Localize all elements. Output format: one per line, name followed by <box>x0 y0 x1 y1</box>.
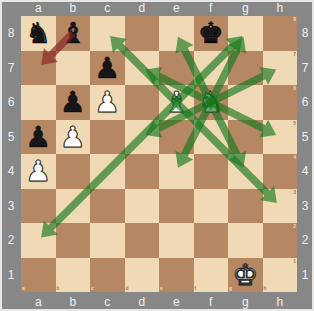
square-e7[interactable] <box>159 51 194 86</box>
square-g2[interactable] <box>228 223 263 258</box>
file-label-bottom-g: g <box>242 296 249 308</box>
square-g1[interactable]: g♚ <box>228 258 263 293</box>
file-label-top-c: c <box>104 2 110 14</box>
square-c4[interactable] <box>90 154 125 189</box>
inner-rank-label-h5: 5 <box>293 121 296 126</box>
file-label-bottom-c: c <box>104 296 110 308</box>
square-d1[interactable]: d <box>125 258 160 293</box>
square-f4[interactable] <box>194 154 229 189</box>
square-g4[interactable] <box>228 154 263 189</box>
file-label-top-f: f <box>209 2 212 14</box>
square-c6[interactable]: ♟ <box>90 85 125 120</box>
square-h2[interactable]: 2 <box>263 223 298 258</box>
inner-rank-label-h7: 7 <box>293 52 296 57</box>
rank-label-right-6: 6 <box>302 96 309 108</box>
square-a2[interactable] <box>21 223 56 258</box>
inner-file-label-b1: b <box>57 286 60 291</box>
rank-label-right-1: 1 <box>302 269 309 281</box>
square-d5[interactable] <box>125 120 160 155</box>
square-f7[interactable] <box>194 51 229 86</box>
square-g8[interactable] <box>228 16 263 51</box>
square-e6[interactable]: ♝ <box>159 85 194 120</box>
rank-label-right-7: 7 <box>302 62 309 74</box>
square-h8[interactable]: 8 <box>263 16 298 51</box>
square-d4[interactable] <box>125 154 160 189</box>
square-a3[interactable] <box>21 189 56 224</box>
rank-label-left-2: 2 <box>8 234 15 246</box>
file-label-top-a: a <box>35 2 42 14</box>
square-b1[interactable]: b <box>56 258 91 293</box>
square-h7[interactable]: 7 <box>263 51 298 86</box>
square-e1[interactable]: e <box>159 258 194 293</box>
file-label-bottom-e: e <box>173 296 180 308</box>
square-f5[interactable] <box>194 120 229 155</box>
square-b2[interactable] <box>56 223 91 258</box>
square-g5[interactable] <box>228 120 263 155</box>
file-label-bottom-d: d <box>138 296 145 308</box>
square-b3[interactable] <box>56 189 91 224</box>
rank-label-right-3: 3 <box>302 200 309 212</box>
inner-file-label-a1: a <box>22 286 25 291</box>
square-c3[interactable] <box>90 189 125 224</box>
black-knight-a8[interactable]: ♞ <box>21 16 56 51</box>
square-c7[interactable]: ♟ <box>90 51 125 86</box>
rank-label-right-4: 4 <box>302 165 309 177</box>
white-knight-f6[interactable]: ♞ <box>194 85 229 120</box>
square-g3[interactable] <box>228 189 263 224</box>
white-pawn-c6[interactable]: ♟ <box>90 85 125 120</box>
white-king-g1[interactable]: ♚ <box>228 258 263 293</box>
file-label-bottom-h: h <box>276 296 283 308</box>
square-d2[interactable] <box>125 223 160 258</box>
black-pawn-b6[interactable]: ♟ <box>56 85 91 120</box>
inner-file-label-c1: c <box>91 286 94 291</box>
inner-rank-label-h3: 3 <box>293 190 296 195</box>
black-pawn-c7[interactable]: ♟ <box>90 51 125 86</box>
inner-rank-label-h1: 1 <box>293 259 296 264</box>
rank-label-left-5: 5 <box>8 131 15 143</box>
file-label-bottom-a: a <box>35 296 42 308</box>
square-e2[interactable] <box>159 223 194 258</box>
white-pawn-a4[interactable]: ♟ <box>21 154 56 189</box>
square-d8[interactable] <box>125 16 160 51</box>
rank-label-left-8: 8 <box>8 27 15 39</box>
square-b8[interactable]: ♝ <box>56 16 91 51</box>
square-f3[interactable] <box>194 189 229 224</box>
square-b4[interactable] <box>56 154 91 189</box>
square-c1[interactable]: c <box>90 258 125 293</box>
file-label-top-b: b <box>69 2 76 14</box>
inner-rank-label-h4: 4 <box>293 155 296 160</box>
square-c5[interactable] <box>90 120 125 155</box>
file-label-top-e: e <box>173 2 180 14</box>
black-bishop-b8[interactable]: ♝ <box>56 16 91 51</box>
square-b6[interactable]: ♟ <box>56 85 91 120</box>
black-pawn-a5[interactable]: ♟ <box>21 120 56 155</box>
square-f2[interactable] <box>194 223 229 258</box>
file-label-top-g: g <box>242 2 249 14</box>
square-a5[interactable]: ♟ <box>21 120 56 155</box>
square-a7[interactable] <box>21 51 56 86</box>
square-a8[interactable]: ♞ <box>21 16 56 51</box>
square-h5[interactable]: 5 <box>263 120 298 155</box>
file-label-top-d: d <box>138 2 145 14</box>
square-g7[interactable] <box>228 51 263 86</box>
square-h6[interactable]: 6 <box>263 85 298 120</box>
white-bishop-e6[interactable]: ♝ <box>159 85 194 120</box>
rank-label-left-4: 4 <box>8 165 15 177</box>
square-d3[interactable] <box>125 189 160 224</box>
square-a6[interactable] <box>21 85 56 120</box>
square-b7[interactable] <box>56 51 91 86</box>
white-pawn-b5[interactable]: ♟ <box>56 120 91 155</box>
square-a4[interactable]: ♟ <box>21 154 56 189</box>
rank-label-left-1: 1 <box>8 269 15 281</box>
square-f6[interactable]: ♞ <box>194 85 229 120</box>
inner-file-label-f1: f <box>195 286 197 291</box>
square-d6[interactable] <box>125 85 160 120</box>
file-label-bottom-f: f <box>209 296 212 308</box>
square-d7[interactable] <box>125 51 160 86</box>
square-e3[interactable] <box>159 189 194 224</box>
square-f8[interactable]: ♚ <box>194 16 229 51</box>
rank-label-left-7: 7 <box>8 62 15 74</box>
square-c8[interactable] <box>90 16 125 51</box>
square-h3[interactable]: 3 <box>263 189 298 224</box>
inner-file-label-d1: d <box>126 286 129 291</box>
square-h1[interactable]: 1h <box>263 258 298 293</box>
rank-label-left-6: 6 <box>8 96 15 108</box>
rank-label-right-8: 8 <box>302 27 309 39</box>
rank-label-right-5: 5 <box>302 131 309 143</box>
square-e4[interactable] <box>159 154 194 189</box>
inner-rank-label-h8: 8 <box>293 17 296 22</box>
inner-file-label-e1: e <box>160 286 163 291</box>
rank-label-left-3: 3 <box>8 200 15 212</box>
black-king-f8[interactable]: ♚ <box>194 16 229 51</box>
file-label-bottom-b: b <box>69 296 76 308</box>
square-e8[interactable] <box>159 16 194 51</box>
square-b5[interactable]: ♟ <box>56 120 91 155</box>
chess-analysis-window: ♞♝♚8♟7♟♟♝♞6♟♟5♟432abcdefg♚1h aabbccddeef… <box>0 0 314 311</box>
square-g6[interactable] <box>228 85 263 120</box>
square-c2[interactable] <box>90 223 125 258</box>
square-h4[interactable]: 4 <box>263 154 298 189</box>
inner-rank-label-h6: 6 <box>293 86 296 91</box>
inner-rank-label-h2: 2 <box>293 224 296 229</box>
square-f1[interactable]: f <box>194 258 229 293</box>
rank-label-right-2: 2 <box>302 234 309 246</box>
square-e5[interactable] <box>159 120 194 155</box>
file-label-top-h: h <box>276 2 283 14</box>
inner-file-label-h1: h <box>264 286 267 291</box>
chess-board: ♞♝♚8♟7♟♟♝♞6♟♟5♟432abcdefg♚1h <box>21 16 297 292</box>
square-a1[interactable]: a <box>21 258 56 293</box>
